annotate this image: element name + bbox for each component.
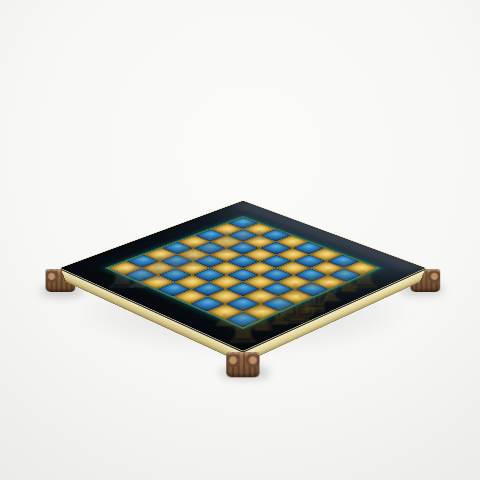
chess-set-photo: ♜♜♟♟♟♟♜♜♞♞♟♟♟♟♞♞♝♝♟♟♟♟♝♝♛♛♟♟♟♟♛♛♚♚♟♟♟♟♚♚… bbox=[0, 0, 480, 480]
square-h1[interactable]: ♜♜ bbox=[226, 312, 261, 327]
board-foot-bottom bbox=[226, 352, 259, 378]
